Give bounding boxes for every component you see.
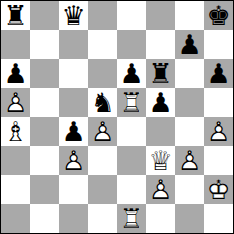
square-d1[interactable] [88, 204, 117, 233]
piece-outline-glyph: ♔ [204, 175, 233, 204]
square-c2[interactable] [59, 175, 88, 204]
black-knight-piece[interactable]: ♞ [88, 88, 117, 117]
square-g8[interactable] [175, 1, 204, 30]
square-c7[interactable] [59, 30, 88, 59]
piece-fill-glyph: ♟ [175, 30, 204, 59]
piece-fill-glyph: ♟ [204, 59, 233, 88]
piece-fill-glyph: ♜ [1, 1, 30, 30]
white-pawn-piece[interactable]: ♟♙ [1, 88, 30, 117]
piece-fill-glyph: ♟ [117, 59, 146, 88]
square-g2[interactable] [175, 175, 204, 204]
piece-outline-glyph: ♖ [117, 204, 146, 233]
square-f3[interactable]: ♛♕ [146, 146, 175, 175]
white-rook-piece[interactable]: ♜♖ [117, 88, 146, 117]
square-b2[interactable] [30, 175, 59, 204]
piece-outline-glyph: ♙ [204, 117, 233, 146]
black-pawn-piece[interactable]: ♟ [146, 88, 175, 117]
square-d2[interactable] [88, 175, 117, 204]
square-h8[interactable]: ♚ [204, 1, 233, 30]
square-b5[interactable] [30, 88, 59, 117]
square-f6[interactable]: ♜ [146, 59, 175, 88]
square-d5[interactable]: ♞ [88, 88, 117, 117]
white-bishop-piece[interactable]: ♝♗ [1, 117, 30, 146]
white-queen-piece[interactable]: ♛♕ [146, 146, 175, 175]
square-c3[interactable]: ♟♙ [59, 146, 88, 175]
square-g6[interactable] [175, 59, 204, 88]
square-e7[interactable] [117, 30, 146, 59]
black-pawn-piece[interactable]: ♟ [59, 117, 88, 146]
piece-fill-glyph: ♟ [59, 117, 88, 146]
piece-outline-glyph: ♙ [1, 88, 30, 117]
square-g7[interactable]: ♟ [175, 30, 204, 59]
white-pawn-piece[interactable]: ♟♙ [146, 175, 175, 204]
square-h1[interactable] [204, 204, 233, 233]
square-d6[interactable] [88, 59, 117, 88]
piece-fill-glyph: ♞ [88, 88, 117, 117]
square-c8[interactable]: ♛ [59, 1, 88, 30]
square-g1[interactable] [175, 204, 204, 233]
piece-outline-glyph: ♙ [59, 146, 88, 175]
square-e4[interactable] [117, 117, 146, 146]
square-a3[interactable] [1, 146, 30, 175]
square-g5[interactable] [175, 88, 204, 117]
square-a1[interactable] [1, 204, 30, 233]
piece-fill-glyph: ♟ [1, 59, 30, 88]
square-c6[interactable] [59, 59, 88, 88]
square-e1[interactable]: ♜♖ [117, 204, 146, 233]
square-f4[interactable] [146, 117, 175, 146]
square-a2[interactable] [1, 175, 30, 204]
black-pawn-piece[interactable]: ♟ [1, 59, 30, 88]
piece-outline-glyph: ♗ [1, 117, 30, 146]
square-b1[interactable] [30, 204, 59, 233]
square-c5[interactable] [59, 88, 88, 117]
black-rook-piece[interactable]: ♜ [146, 59, 175, 88]
black-queen-piece[interactable]: ♛ [59, 1, 88, 30]
black-pawn-piece[interactable]: ♟ [175, 30, 204, 59]
piece-outline-glyph: ♙ [88, 117, 117, 146]
square-e2[interactable] [117, 175, 146, 204]
square-b7[interactable] [30, 30, 59, 59]
square-h7[interactable] [204, 30, 233, 59]
square-h2[interactable]: ♚♔ [204, 175, 233, 204]
piece-outline-glyph: ♙ [146, 175, 175, 204]
piece-outline-glyph: ♖ [117, 88, 146, 117]
black-pawn-piece[interactable]: ♟ [117, 59, 146, 88]
white-pawn-piece[interactable]: ♟♙ [59, 146, 88, 175]
square-d4[interactable]: ♟♙ [88, 117, 117, 146]
black-rook-piece[interactable]: ♜ [1, 1, 30, 30]
square-e8[interactable] [117, 1, 146, 30]
white-king-piece[interactable]: ♚♔ [204, 175, 233, 204]
white-pawn-piece[interactable]: ♟♙ [88, 117, 117, 146]
chess-board: ♜♛♚♟♟♟♜♟♟♙♞♜♖♟♝♗♟♟♙♟♙♟♙♛♕♟♙♟♙♚♔♜♖ [0, 0, 234, 234]
square-g4[interactable] [175, 117, 204, 146]
square-c1[interactable] [59, 204, 88, 233]
square-f1[interactable] [146, 204, 175, 233]
square-a5[interactable]: ♟♙ [1, 88, 30, 117]
square-f5[interactable]: ♟ [146, 88, 175, 117]
square-f7[interactable] [146, 30, 175, 59]
square-b8[interactable] [30, 1, 59, 30]
piece-fill-glyph: ♟ [146, 88, 175, 117]
square-e3[interactable] [117, 146, 146, 175]
square-h5[interactable] [204, 88, 233, 117]
square-h6[interactable]: ♟ [204, 59, 233, 88]
black-pawn-piece[interactable]: ♟ [204, 59, 233, 88]
piece-outline-glyph: ♕ [146, 146, 175, 175]
piece-fill-glyph: ♜ [146, 59, 175, 88]
white-pawn-piece[interactable]: ♟♙ [204, 117, 233, 146]
square-f2[interactable]: ♟♙ [146, 175, 175, 204]
square-b3[interactable] [30, 146, 59, 175]
square-f8[interactable] [146, 1, 175, 30]
square-d7[interactable] [88, 30, 117, 59]
piece-fill-glyph: ♛ [59, 1, 88, 30]
square-a6[interactable]: ♟ [1, 59, 30, 88]
square-b4[interactable] [30, 117, 59, 146]
white-rook-piece[interactable]: ♜♖ [117, 204, 146, 233]
square-e6[interactable]: ♟ [117, 59, 146, 88]
square-h4[interactable]: ♟♙ [204, 117, 233, 146]
square-d8[interactable] [88, 1, 117, 30]
square-b6[interactable] [30, 59, 59, 88]
piece-outline-glyph: ♙ [175, 146, 204, 175]
square-a8[interactable]: ♜ [1, 1, 30, 30]
square-e5[interactable]: ♜♖ [117, 88, 146, 117]
piece-fill-glyph: ♚ [204, 1, 233, 30]
square-a7[interactable] [1, 30, 30, 59]
square-g3[interactable]: ♟♙ [175, 146, 204, 175]
black-king-piece[interactable]: ♚ [204, 1, 233, 30]
square-d3[interactable] [88, 146, 117, 175]
square-h3[interactable] [204, 146, 233, 175]
white-pawn-piece[interactable]: ♟♙ [175, 146, 204, 175]
square-c4[interactable]: ♟ [59, 117, 88, 146]
square-a4[interactable]: ♝♗ [1, 117, 30, 146]
